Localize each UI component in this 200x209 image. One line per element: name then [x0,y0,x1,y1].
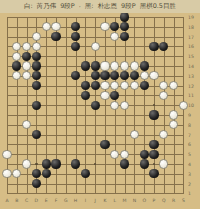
black-stone [120,32,129,41]
white-stone [120,150,129,159]
white-stone [159,91,168,100]
row-label: 11 [188,93,194,98]
black-stone [12,61,21,70]
column-label: Q [162,198,166,203]
white-stone [120,101,129,110]
column-label: F [55,198,58,203]
white-stone [130,130,139,139]
column-label: K [103,198,106,203]
column-label: A [5,198,8,203]
black-stone [149,140,158,149]
black-stone [149,42,158,51]
black-stone [120,159,129,168]
black-stone [110,71,119,80]
black-stone [42,159,51,168]
column-label: N [133,198,136,203]
row-label: 6 [188,142,191,147]
white-stone [110,81,119,90]
white-stone [130,81,139,90]
black-stone [140,150,149,159]
black-stone [110,22,119,31]
white-stone [159,81,168,90]
black-stone [71,32,80,41]
star-point [153,163,155,165]
white-stone [169,120,178,129]
column-label: H [74,198,77,203]
column-label: P [153,198,156,203]
white-stone [42,22,51,31]
white-stone [12,71,21,80]
grid-line-horizontal [7,193,184,194]
white-stone [32,42,41,51]
white-stone [159,159,168,168]
black-stone [71,42,80,51]
black-stone [81,169,90,178]
black-stone [81,61,90,70]
game-result: 黑棋0.5目胜 [140,2,176,11]
black-stone [51,32,60,41]
black-stone [91,71,100,80]
column-label: S [182,198,185,203]
white-stone [100,81,109,90]
go-app-screen: ABCDEFGHIJKLMNOPQRS191817161514131211109… [0,0,200,209]
white-stone [32,32,41,41]
column-label: G [64,198,68,203]
white-stone [130,61,139,70]
game-info-bar: 白: 芮乃伟 9段P · 黑: 朴志恩 9段P 黑棋0.5目胜 [0,0,200,13]
white-stone [22,61,31,70]
white-stone [22,120,31,129]
grid-line-horizontal [7,125,184,126]
row-label: 9 [188,113,191,118]
white-stone [120,81,129,90]
white-stone [149,71,158,80]
white-stone [100,91,109,100]
white-stone [12,42,21,51]
column-label: O [142,198,146,203]
column-label: E [45,198,48,203]
black-stone [32,130,41,139]
column-label: I [85,198,86,203]
row-label: 17 [188,34,194,39]
black-stone [71,159,80,168]
black-stone [120,22,129,31]
black-player-rank: 9段P [121,2,136,11]
black-stone [100,140,109,149]
row-label: 15 [188,54,194,59]
column-label: C [25,198,28,203]
row-label: 14 [188,64,194,69]
black-stone [32,81,41,90]
black-stone [81,81,90,90]
white-stone [120,61,129,70]
grid-line-vertical [174,17,175,194]
black-stone [32,71,41,80]
white-stone [2,150,11,159]
black-stone [110,91,119,100]
white-stone [110,61,119,70]
row-label: 8 [188,122,191,127]
row-label: 10 [188,103,194,108]
black-stone [159,42,168,51]
grid-line-vertical [105,17,106,194]
white-stone [91,42,100,51]
white-stone [169,110,178,119]
black-stone [91,81,100,90]
black-stone [149,150,158,159]
black-stone [91,101,100,110]
black-stone [32,61,41,70]
white-stone [22,42,31,51]
white-stone [140,71,149,80]
white-stone [12,169,21,178]
row-label: 13 [188,73,194,78]
white-player-prefix: 白: [24,2,33,11]
white-stone [110,32,119,41]
white-stone [110,101,119,110]
black-stone [22,52,31,61]
row-label: 12 [188,83,194,88]
black-stone [32,52,41,61]
white-stone [100,22,109,31]
black-player-prefix: 黑: [85,2,94,11]
white-player-rank: 9段P [60,2,75,11]
white-stone [169,81,178,90]
white-stone [179,101,188,110]
black-stone [140,61,149,70]
column-label: R [172,198,175,203]
black-stone [32,101,41,110]
white-stone [2,169,11,178]
black-stone [149,169,158,178]
row-label: 18 [188,24,194,29]
black-stone [42,169,51,178]
row-label: 1 [188,191,191,196]
white-stone [12,52,21,61]
row-label: 16 [188,44,194,49]
star-point [35,163,37,165]
row-label: 5 [188,152,191,157]
black-stone [71,71,80,80]
black-stone [32,169,41,178]
white-stone [100,61,109,70]
black-player-name: 朴志恩 [98,2,118,11]
player-separator: · [79,3,81,11]
white-stone [110,150,119,159]
black-stone [100,71,109,80]
row-label: 3 [188,171,191,176]
black-stone [130,71,139,80]
row-label: 4 [188,162,191,167]
black-stone [120,71,129,80]
black-stone [71,22,80,31]
black-stone [91,61,100,70]
grid-line-vertical [134,17,135,194]
black-stone [81,91,90,100]
black-stone [149,110,158,119]
black-stone [120,12,129,21]
black-stone [140,81,149,90]
row-label: 19 [188,15,194,20]
column-label: J [95,198,96,203]
black-stone [32,179,41,188]
black-stone [51,159,60,168]
column-label: L [114,198,117,203]
white-stone [51,22,60,31]
black-stone [140,159,149,168]
go-board[interactable]: ABCDEFGHIJKLMNOPQRS191817161514131211109… [0,0,200,209]
white-stone [22,71,31,80]
column-label: B [15,198,18,203]
column-label: D [35,198,39,203]
white-player-name: 芮乃伟 [37,2,57,11]
white-stone [22,159,31,168]
row-label: 2 [188,181,191,186]
row-label: 7 [188,132,191,137]
white-stone [159,130,168,139]
column-label: M [123,198,127,203]
